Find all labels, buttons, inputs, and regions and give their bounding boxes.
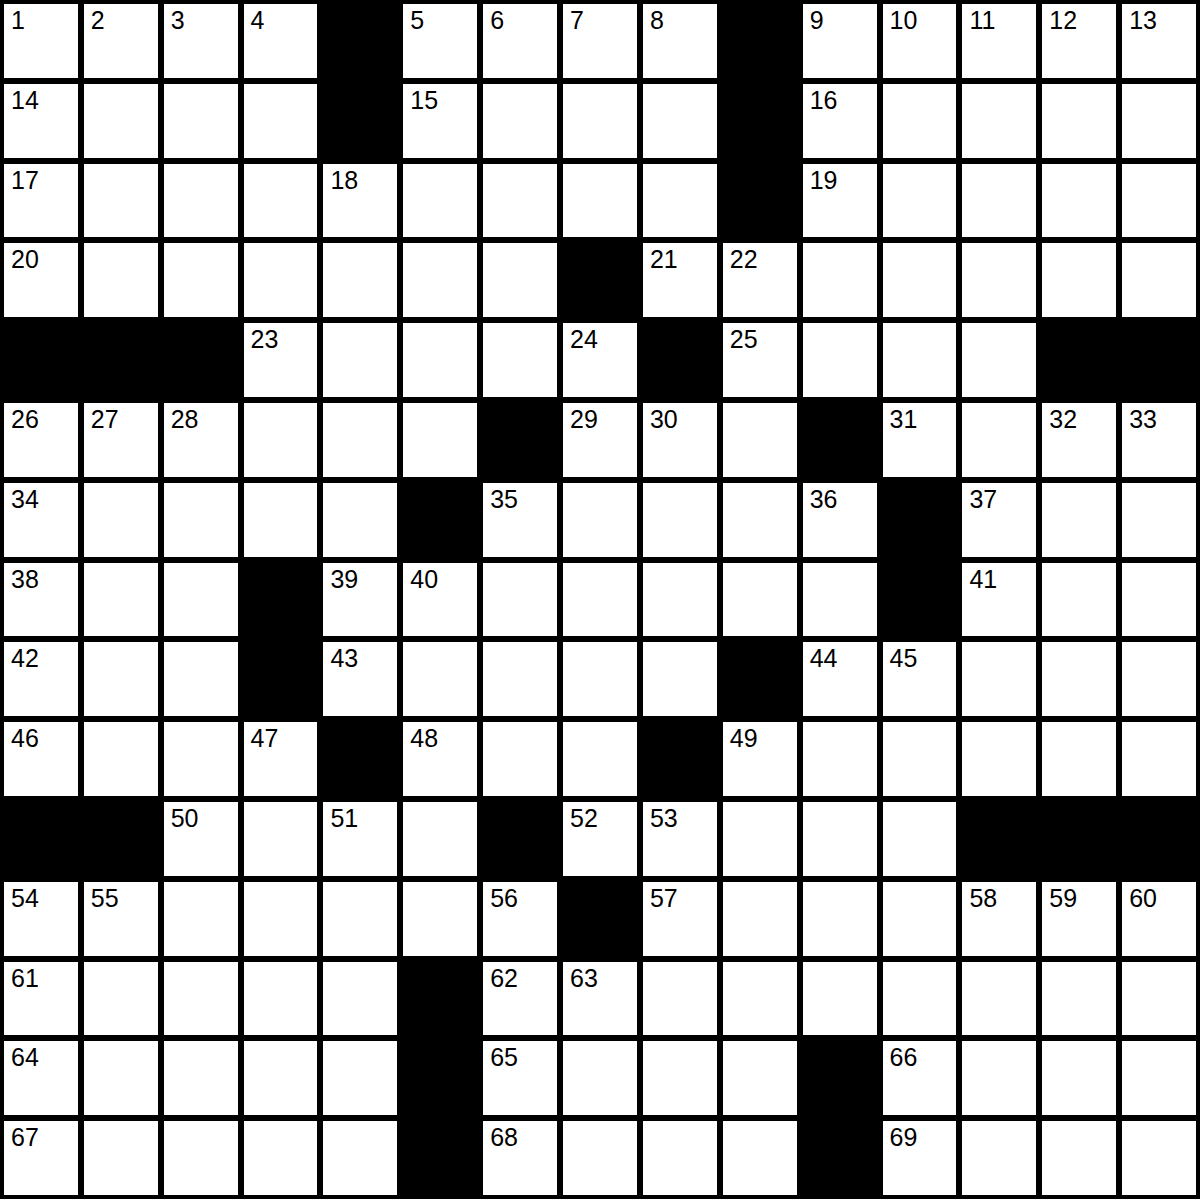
clue-number: 22 <box>730 245 758 274</box>
white-square[interactable] <box>723 563 797 637</box>
clue-number: 46 <box>11 724 39 753</box>
clue-number: 15 <box>410 86 438 115</box>
clue-number: 24 <box>570 325 598 354</box>
white-square[interactable] <box>84 483 158 557</box>
black-square <box>803 403 877 477</box>
clue-number: 51 <box>330 804 358 833</box>
clue-number: 34 <box>11 485 39 514</box>
white-square[interactable] <box>483 243 557 317</box>
clue-number: 6 <box>490 6 504 35</box>
white-square[interactable] <box>244 1121 318 1195</box>
white-square[interactable] <box>164 962 238 1036</box>
white-square[interactable] <box>244 84 318 158</box>
clue-number: 31 <box>890 405 918 434</box>
white-square[interactable] <box>323 243 397 317</box>
white-square[interactable]: 17 <box>4 164 78 238</box>
white-square[interactable] <box>84 563 158 637</box>
black-square <box>883 563 957 637</box>
white-square[interactable]: 32 <box>1042 403 1116 477</box>
clue-number: 58 <box>969 884 997 913</box>
black-square <box>883 483 957 557</box>
white-square[interactable]: 37 <box>962 483 1036 557</box>
white-square[interactable] <box>723 1041 797 1115</box>
clue-number: 30 <box>650 405 678 434</box>
white-square[interactable]: 28 <box>164 403 238 477</box>
white-square[interactable] <box>1042 84 1116 158</box>
black-square <box>4 802 78 876</box>
white-square[interactable] <box>1042 642 1116 716</box>
white-square[interactable] <box>643 1041 717 1115</box>
white-square[interactable]: 46 <box>4 722 78 796</box>
white-square[interactable] <box>803 243 877 317</box>
clue-number: 56 <box>490 884 518 913</box>
white-square[interactable] <box>563 1121 637 1195</box>
clue-number: 68 <box>490 1123 518 1152</box>
clue-number: 7 <box>570 6 584 35</box>
white-square[interactable]: 49 <box>723 722 797 796</box>
black-square <box>244 563 318 637</box>
white-square[interactable] <box>883 84 957 158</box>
clue-number: 23 <box>251 325 279 354</box>
black-square <box>323 4 397 78</box>
black-square <box>1122 802 1196 876</box>
white-square[interactable]: 60 <box>1122 882 1196 956</box>
white-square[interactable] <box>883 722 957 796</box>
white-square[interactable] <box>962 164 1036 238</box>
white-square[interactable]: 39 <box>323 563 397 637</box>
black-square <box>403 1041 477 1115</box>
white-square[interactable] <box>803 563 877 637</box>
black-square <box>803 1041 877 1115</box>
clue-number: 69 <box>890 1123 918 1152</box>
white-square[interactable]: 64 <box>4 1041 78 1115</box>
clue-number: 47 <box>251 724 279 753</box>
white-square[interactable] <box>1122 563 1196 637</box>
white-square[interactable] <box>84 84 158 158</box>
white-square[interactable] <box>1122 642 1196 716</box>
white-square[interactable] <box>962 722 1036 796</box>
white-square[interactable] <box>563 722 637 796</box>
white-square[interactable]: 53 <box>643 802 717 876</box>
black-square <box>563 243 637 317</box>
white-square[interactable]: 38 <box>4 563 78 637</box>
black-square <box>1122 323 1196 397</box>
black-square <box>723 642 797 716</box>
white-square[interactable]: 65 <box>483 1041 557 1115</box>
white-square[interactable] <box>962 84 1036 158</box>
white-square[interactable] <box>1042 1121 1116 1195</box>
white-square[interactable] <box>84 642 158 716</box>
clue-number: 41 <box>969 565 997 594</box>
white-square[interactable] <box>563 483 637 557</box>
white-square[interactable] <box>883 962 957 1036</box>
white-square[interactable]: 2 <box>84 4 158 78</box>
black-square <box>84 323 158 397</box>
white-square[interactable] <box>244 882 318 956</box>
clue-number: 38 <box>11 565 39 594</box>
white-square[interactable] <box>164 483 238 557</box>
white-square[interactable] <box>1122 84 1196 158</box>
white-square[interactable]: 36 <box>803 483 877 557</box>
white-square[interactable] <box>1042 962 1116 1036</box>
clue-number: 53 <box>650 804 678 833</box>
clue-number: 19 <box>810 166 838 195</box>
white-square[interactable]: 8 <box>643 4 717 78</box>
white-square[interactable] <box>643 1121 717 1195</box>
white-square[interactable] <box>883 802 957 876</box>
black-square <box>643 722 717 796</box>
white-square[interactable]: 14 <box>4 84 78 158</box>
clue-number: 10 <box>890 6 918 35</box>
white-square[interactable] <box>84 962 158 1036</box>
white-square[interactable]: 13 <box>1122 4 1196 78</box>
black-square <box>723 164 797 238</box>
white-square[interactable] <box>323 323 397 397</box>
white-square[interactable]: 18 <box>323 164 397 238</box>
black-square <box>4 323 78 397</box>
clue-number: 48 <box>410 724 438 753</box>
white-square[interactable] <box>483 164 557 238</box>
black-square <box>1042 802 1116 876</box>
white-square[interactable] <box>643 483 717 557</box>
clue-number: 28 <box>171 405 199 434</box>
white-square[interactable]: 55 <box>84 882 158 956</box>
black-square <box>803 1121 877 1195</box>
white-square[interactable] <box>483 84 557 158</box>
white-square[interactable]: 15 <box>403 84 477 158</box>
white-square[interactable] <box>643 164 717 238</box>
clue-number: 44 <box>810 644 838 673</box>
clue-number: 36 <box>810 485 838 514</box>
white-square[interactable]: 6 <box>483 4 557 78</box>
white-square[interactable] <box>1042 1041 1116 1115</box>
clue-number: 29 <box>570 405 598 434</box>
white-square[interactable]: 48 <box>403 722 477 796</box>
white-square[interactable] <box>483 642 557 716</box>
clue-number: 12 <box>1049 6 1077 35</box>
black-square <box>244 642 318 716</box>
white-square[interactable] <box>164 84 238 158</box>
white-square[interactable] <box>323 483 397 557</box>
white-square[interactable] <box>403 243 477 317</box>
white-square[interactable] <box>84 164 158 238</box>
black-square <box>1042 323 1116 397</box>
white-square[interactable] <box>244 164 318 238</box>
clue-number: 50 <box>171 804 199 833</box>
white-square[interactable] <box>244 243 318 317</box>
clue-number: 11 <box>969 6 995 35</box>
white-square[interactable]: 42 <box>4 642 78 716</box>
black-square <box>723 84 797 158</box>
white-square[interactable] <box>323 1041 397 1115</box>
white-square[interactable] <box>643 642 717 716</box>
white-square[interactable] <box>1042 722 1116 796</box>
white-square[interactable]: 43 <box>323 642 397 716</box>
clue-number: 16 <box>810 86 838 115</box>
clue-number: 8 <box>650 6 664 35</box>
white-square[interactable]: 11 <box>962 4 1036 78</box>
white-square[interactable]: 69 <box>883 1121 957 1195</box>
white-square[interactable] <box>883 882 957 956</box>
white-square[interactable] <box>803 722 877 796</box>
white-square[interactable]: 52 <box>563 802 637 876</box>
white-square[interactable] <box>1122 1041 1196 1115</box>
white-square[interactable] <box>723 882 797 956</box>
clue-number: 9 <box>810 6 824 35</box>
white-square[interactable]: 41 <box>962 563 1036 637</box>
white-square[interactable] <box>563 563 637 637</box>
white-square[interactable] <box>84 243 158 317</box>
clue-number: 17 <box>11 166 39 195</box>
clue-number: 40 <box>410 565 438 594</box>
white-square[interactable]: 56 <box>483 882 557 956</box>
white-square[interactable]: 26 <box>4 403 78 477</box>
clue-number: 55 <box>91 884 119 913</box>
clue-number: 45 <box>890 644 918 673</box>
white-square[interactable] <box>1122 243 1196 317</box>
white-square[interactable] <box>84 1041 158 1115</box>
white-square[interactable]: 68 <box>483 1121 557 1195</box>
white-square[interactable] <box>244 403 318 477</box>
white-square[interactable]: 12 <box>1042 4 1116 78</box>
white-square[interactable] <box>723 1121 797 1195</box>
clue-number: 64 <box>11 1043 39 1072</box>
white-square[interactable] <box>403 802 477 876</box>
white-square[interactable] <box>883 243 957 317</box>
white-square[interactable]: 34 <box>4 483 78 557</box>
white-square[interactable] <box>483 323 557 397</box>
black-square <box>483 403 557 477</box>
white-square[interactable] <box>643 962 717 1036</box>
white-square[interactable] <box>723 483 797 557</box>
white-square[interactable]: 50 <box>164 802 238 876</box>
black-square <box>403 962 477 1036</box>
white-square[interactable] <box>563 642 637 716</box>
white-square[interactable] <box>1042 483 1116 557</box>
white-square[interactable] <box>1042 563 1116 637</box>
white-square[interactable]: 21 <box>643 243 717 317</box>
white-square[interactable] <box>723 802 797 876</box>
white-square[interactable] <box>244 1041 318 1115</box>
white-square[interactable] <box>563 164 637 238</box>
crossword-grid: 1234567891011121314151617181920212223242… <box>0 0 1200 1199</box>
white-square[interactable] <box>164 164 238 238</box>
black-square <box>483 802 557 876</box>
white-square[interactable]: 62 <box>483 962 557 1036</box>
clue-number: 42 <box>11 644 39 673</box>
white-square[interactable] <box>244 802 318 876</box>
white-square[interactable] <box>803 882 877 956</box>
clue-number: 49 <box>730 724 758 753</box>
white-square[interactable]: 3 <box>164 4 238 78</box>
white-square[interactable]: 25 <box>723 323 797 397</box>
white-square[interactable] <box>403 403 477 477</box>
white-square[interactable] <box>164 882 238 956</box>
white-square[interactable] <box>723 403 797 477</box>
clue-number: 67 <box>11 1123 39 1152</box>
clue-number: 18 <box>330 166 358 195</box>
clue-number: 52 <box>570 804 598 833</box>
white-square[interactable]: 7 <box>563 4 637 78</box>
white-square[interactable] <box>1122 1121 1196 1195</box>
white-square[interactable]: 35 <box>483 483 557 557</box>
white-square[interactable] <box>403 882 477 956</box>
white-square[interactable]: 19 <box>803 164 877 238</box>
white-square[interactable]: 1 <box>4 4 78 78</box>
white-square[interactable]: 16 <box>803 84 877 158</box>
white-square[interactable]: 9 <box>803 4 877 78</box>
clue-number: 25 <box>730 325 758 354</box>
clue-number: 59 <box>1049 884 1077 913</box>
black-square <box>84 802 158 876</box>
clue-number: 3 <box>171 6 185 35</box>
white-square[interactable] <box>962 1041 1036 1115</box>
white-square[interactable]: 66 <box>883 1041 957 1115</box>
clue-number: 33 <box>1129 405 1157 434</box>
white-square[interactable] <box>323 1121 397 1195</box>
black-square <box>323 722 397 796</box>
white-square[interactable]: 63 <box>563 962 637 1036</box>
clue-number: 65 <box>490 1043 518 1072</box>
white-square[interactable] <box>244 962 318 1036</box>
white-square[interactable]: 10 <box>883 4 957 78</box>
black-square <box>164 323 238 397</box>
white-square[interactable] <box>962 403 1036 477</box>
black-square <box>403 483 477 557</box>
white-square[interactable]: 33 <box>1122 403 1196 477</box>
white-square[interactable] <box>803 962 877 1036</box>
clue-number: 21 <box>650 245 678 274</box>
clue-number: 37 <box>969 485 997 514</box>
white-square[interactable] <box>1042 164 1116 238</box>
clue-number: 14 <box>11 86 39 115</box>
clue-number: 13 <box>1129 6 1157 35</box>
white-square[interactable] <box>84 1121 158 1195</box>
white-square[interactable]: 5 <box>403 4 477 78</box>
white-square[interactable]: 44 <box>803 642 877 716</box>
white-square[interactable] <box>962 1121 1036 1195</box>
clue-number: 5 <box>410 6 424 35</box>
white-square[interactable]: 45 <box>883 642 957 716</box>
white-square[interactable] <box>962 243 1036 317</box>
white-square[interactable]: 27 <box>84 403 158 477</box>
clue-number: 60 <box>1129 884 1157 913</box>
white-square[interactable] <box>164 1041 238 1115</box>
white-square[interactable]: 24 <box>563 323 637 397</box>
white-square[interactable]: 67 <box>4 1121 78 1195</box>
clue-number: 66 <box>890 1043 918 1072</box>
white-square[interactable] <box>643 563 717 637</box>
clue-number: 61 <box>11 964 39 993</box>
white-square[interactable]: 31 <box>883 403 957 477</box>
white-square[interactable]: 59 <box>1042 882 1116 956</box>
white-square[interactable] <box>164 243 238 317</box>
white-square[interactable] <box>1122 483 1196 557</box>
clue-number: 32 <box>1049 405 1077 434</box>
clue-number: 63 <box>570 964 598 993</box>
black-square <box>563 882 637 956</box>
black-square <box>323 84 397 158</box>
white-square[interactable]: 4 <box>244 4 318 78</box>
clue-number: 1 <box>11 6 25 35</box>
clue-number: 20 <box>11 245 39 274</box>
white-square[interactable] <box>803 802 877 876</box>
white-square[interactable] <box>563 1041 637 1115</box>
clue-number: 39 <box>330 565 358 594</box>
white-square[interactable] <box>883 323 957 397</box>
clue-number: 43 <box>330 644 358 673</box>
white-square[interactable] <box>403 642 477 716</box>
white-square[interactable]: 61 <box>4 962 78 1036</box>
white-square[interactable]: 51 <box>323 802 397 876</box>
white-square[interactable] <box>962 642 1036 716</box>
clue-number: 2 <box>91 6 105 35</box>
clue-number: 54 <box>11 884 39 913</box>
white-square[interactable]: 23 <box>244 323 318 397</box>
white-square[interactable] <box>403 164 477 238</box>
clue-number: 26 <box>11 405 39 434</box>
clue-number: 27 <box>91 405 119 434</box>
white-square[interactable] <box>84 722 158 796</box>
white-square[interactable] <box>563 84 637 158</box>
clue-number: 62 <box>490 964 518 993</box>
white-square[interactable]: 22 <box>723 243 797 317</box>
white-square[interactable] <box>962 962 1036 1036</box>
black-square <box>723 4 797 78</box>
black-square <box>643 323 717 397</box>
white-square[interactable] <box>1122 722 1196 796</box>
white-square[interactable] <box>323 962 397 1036</box>
white-square[interactable] <box>323 403 397 477</box>
white-square[interactable] <box>1042 243 1116 317</box>
white-square[interactable] <box>323 882 397 956</box>
white-square[interactable]: 58 <box>962 882 1036 956</box>
white-square[interactable] <box>164 722 238 796</box>
white-square[interactable]: 54 <box>4 882 78 956</box>
white-square[interactable] <box>723 962 797 1036</box>
white-square[interactable] <box>883 164 957 238</box>
white-square[interactable] <box>164 642 238 716</box>
black-square <box>962 802 1036 876</box>
white-square[interactable] <box>244 483 318 557</box>
white-square[interactable] <box>483 563 557 637</box>
white-square[interactable]: 40 <box>403 563 477 637</box>
white-square[interactable]: 57 <box>643 882 717 956</box>
clue-number: 57 <box>650 884 678 913</box>
white-square[interactable]: 29 <box>563 403 637 477</box>
clue-number: 35 <box>490 485 518 514</box>
white-square[interactable]: 47 <box>244 722 318 796</box>
white-square[interactable] <box>164 1121 238 1195</box>
white-square[interactable] <box>164 563 238 637</box>
white-square[interactable] <box>803 323 877 397</box>
white-square[interactable] <box>483 722 557 796</box>
black-square <box>403 1121 477 1195</box>
white-square[interactable] <box>643 84 717 158</box>
white-square[interactable] <box>1122 962 1196 1036</box>
white-square[interactable] <box>1122 164 1196 238</box>
clue-number: 4 <box>251 6 265 35</box>
white-square[interactable] <box>962 323 1036 397</box>
white-square[interactable] <box>403 323 477 397</box>
white-square[interactable]: 30 <box>643 403 717 477</box>
white-square[interactable]: 20 <box>4 243 78 317</box>
